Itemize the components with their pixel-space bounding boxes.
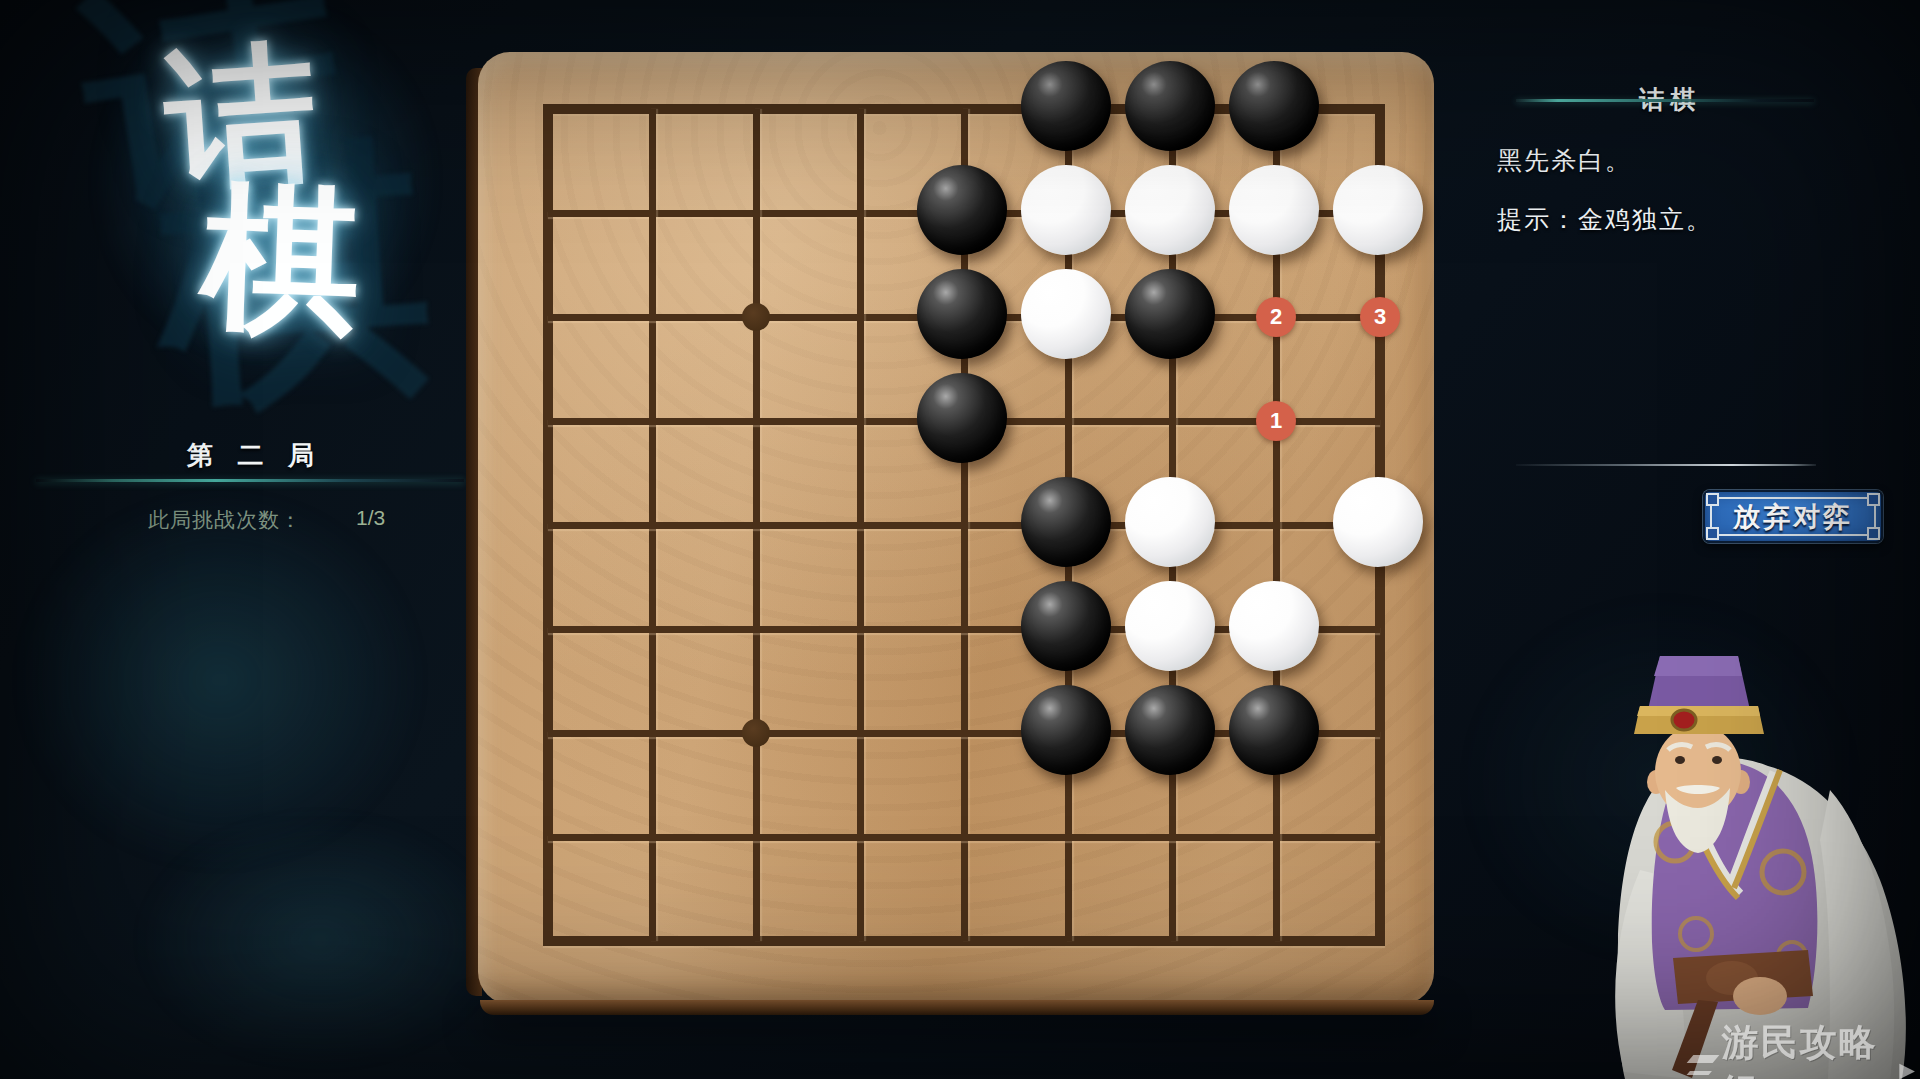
attempts-label: 此局挑战次数： — [148, 506, 302, 534]
give-up-button[interactable]: 放弃对弈 — [1703, 490, 1883, 543]
white-stone — [1125, 477, 1215, 567]
white-stone — [1125, 165, 1215, 255]
white-stone — [1021, 269, 1111, 359]
watermark: 游民攻略组 ► — [1690, 1018, 1920, 1079]
white-stone — [1333, 477, 1423, 567]
panel-bottom-divider — [1516, 464, 1816, 466]
tsumego-game-screen: 诘 棋 诘 棋 第 二 局 此局挑战次数： 1/3 123 诘棋 黑先杀白。 提… — [0, 0, 1920, 1079]
black-stone — [1229, 685, 1319, 775]
white-stone — [1229, 581, 1319, 671]
give-up-button-label: 放弃对弈 — [1705, 492, 1881, 541]
watermark-text: 游民攻略组 — [1722, 1018, 1889, 1079]
move-marker-3: 3 — [1360, 297, 1400, 337]
star-point — [742, 719, 770, 747]
round-title: 第 二 局 — [60, 438, 450, 473]
npc-elder-illustration — [1580, 640, 1920, 1079]
puzzle-objective: 黑先杀白。 — [1497, 144, 1632, 177]
star-point — [742, 303, 770, 331]
black-stone — [1021, 477, 1111, 567]
puzzle-hint: 提示：金鸡独立。 — [1497, 203, 1713, 236]
black-stone — [1021, 581, 1111, 671]
calligraphy-char-qi: 棋 — [199, 179, 362, 342]
black-stone — [1125, 685, 1215, 775]
move-marker-1: 1 — [1256, 401, 1296, 441]
black-stone — [917, 269, 1007, 359]
black-stone — [1021, 61, 1111, 151]
black-stone — [1229, 61, 1319, 151]
panel-title-divider — [1516, 99, 1814, 102]
black-stone — [917, 165, 1007, 255]
board-front-edge — [480, 1000, 1434, 1015]
attempts-row: 此局挑战次数： 1/3 — [148, 506, 385, 534]
watermark-arrow-icon: ► — [1894, 1057, 1920, 1079]
black-stone — [1125, 61, 1215, 151]
move-marker-2: 2 — [1256, 297, 1296, 337]
white-stone — [1021, 165, 1111, 255]
go-board[interactable]: 123 — [464, 40, 1464, 1020]
white-stone — [1229, 165, 1319, 255]
grid-line-horizontal — [548, 834, 1380, 841]
left-panel-divider — [36, 479, 464, 482]
teal-mist-decoration — [0, 420, 500, 940]
black-stone — [1021, 685, 1111, 775]
black-stone — [917, 373, 1007, 463]
white-stone — [1125, 581, 1215, 671]
watermark-logo-icon — [1687, 1055, 1719, 1063]
attempts-value: 1/3 — [356, 506, 385, 534]
black-stone — [1125, 269, 1215, 359]
white-stone — [1333, 165, 1423, 255]
puzzle-title-calligraphy: 诘 棋 诘 棋 — [70, 0, 410, 450]
